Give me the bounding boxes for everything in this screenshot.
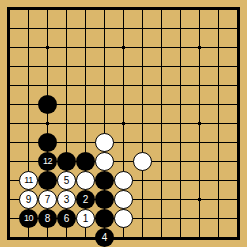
stones-layer: 123456789101112 bbox=[0, 0, 247, 247]
move-number-label: 3 bbox=[64, 195, 70, 205]
stone-white-c8r9 bbox=[133, 152, 152, 171]
stone-white-c2r11: 9 bbox=[19, 190, 38, 209]
move-number-label: 7 bbox=[45, 195, 51, 205]
move-number-label: 6 bbox=[64, 214, 70, 224]
stone-white-c4r11: 3 bbox=[57, 190, 76, 209]
stone-black-c5r11: 2 bbox=[76, 190, 95, 209]
move-number-label: 11 bbox=[24, 176, 32, 185]
stone-white-c2r10: 11 bbox=[19, 171, 38, 190]
stone-black-c2r12: 10 bbox=[19, 209, 38, 228]
stone-black-c3r9: 12 bbox=[38, 152, 57, 171]
stone-black-c6r13: 4 bbox=[95, 228, 114, 247]
move-number-label: 2 bbox=[83, 195, 89, 205]
stone-white-c5r12: 1 bbox=[76, 209, 95, 228]
stone-black-c4r9 bbox=[57, 152, 76, 171]
move-number-label: 5 bbox=[64, 176, 70, 186]
stone-black-c3r12: 8 bbox=[38, 209, 57, 228]
move-number-label: 12 bbox=[43, 157, 52, 166]
stone-black-c4r12: 6 bbox=[57, 209, 76, 228]
stone-black-c5r9 bbox=[76, 152, 95, 171]
stone-black-c6r10 bbox=[95, 171, 114, 190]
stone-black-c6r11 bbox=[95, 190, 114, 209]
stone-white-c4r10: 5 bbox=[57, 171, 76, 190]
stone-white-c6r8 bbox=[95, 133, 114, 152]
move-number-label: 1 bbox=[83, 214, 89, 224]
move-number-label: 4 bbox=[102, 233, 108, 243]
stone-white-c7r10 bbox=[114, 171, 133, 190]
stone-black-c6r12 bbox=[95, 209, 114, 228]
go-diagram-screenshot: 123456789101112 bbox=[0, 0, 247, 247]
stone-black-c3r10 bbox=[38, 171, 57, 190]
stone-white-c6r9 bbox=[95, 152, 114, 171]
stone-white-c7r12 bbox=[114, 209, 133, 228]
stone-white-c3r11: 7 bbox=[38, 190, 57, 209]
stone-black-c3r6 bbox=[38, 95, 57, 114]
stone-white-c7r11 bbox=[114, 190, 133, 209]
move-number-label: 10 bbox=[24, 214, 33, 223]
move-number-label: 9 bbox=[26, 195, 32, 205]
go-board: 123456789101112 bbox=[0, 0, 247, 247]
stone-white-c5r10 bbox=[76, 171, 95, 190]
stone-black-c3r8 bbox=[38, 133, 57, 152]
move-number-label: 8 bbox=[45, 214, 51, 224]
